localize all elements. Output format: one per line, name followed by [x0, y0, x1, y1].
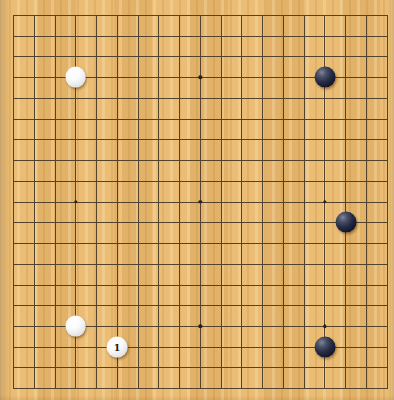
grid-cell	[138, 347, 159, 368]
grid-cell	[117, 119, 138, 140]
grid-cell	[200, 305, 221, 326]
grid-cell	[200, 119, 221, 140]
grid-cell	[158, 77, 179, 98]
grid-cell	[304, 222, 325, 243]
grid-cell	[96, 367, 117, 388]
grid-cell	[158, 326, 179, 347]
grid-cell	[200, 181, 221, 202]
grid-cell	[241, 202, 262, 223]
grid-cell	[34, 181, 55, 202]
grid-cell	[366, 56, 387, 77]
grid-cell	[179, 77, 200, 98]
black-stone-R9	[335, 212, 356, 233]
grid-cell	[324, 367, 345, 388]
grid-cell	[221, 222, 242, 243]
grid-cell	[366, 243, 387, 264]
grid-cell	[138, 202, 159, 223]
grid-cell	[221, 15, 242, 36]
grid-cell	[221, 98, 242, 119]
grid-cell	[221, 119, 242, 140]
grid-cell	[366, 347, 387, 368]
grid-cell	[179, 56, 200, 77]
grid-cell	[13, 160, 34, 181]
grid-cell	[13, 139, 34, 160]
grid-cell	[96, 36, 117, 57]
grid-cell	[138, 160, 159, 181]
grid-cell	[200, 77, 221, 98]
grid-cell	[138, 264, 159, 285]
grid-cell	[34, 243, 55, 264]
grid-cell	[158, 347, 179, 368]
grid-cell	[366, 119, 387, 140]
grid-cell	[179, 305, 200, 326]
grid-cell	[200, 15, 221, 36]
grid-cell	[75, 160, 96, 181]
grid-cell	[117, 139, 138, 160]
grid-cell	[221, 160, 242, 181]
grid-cell	[179, 243, 200, 264]
grid-cell	[138, 77, 159, 98]
grid-cell	[179, 160, 200, 181]
grid-cell	[283, 264, 304, 285]
grid-cell	[55, 243, 76, 264]
grid-cell	[75, 243, 96, 264]
grid-cell	[241, 119, 262, 140]
grid-cell	[75, 181, 96, 202]
grid-cell	[221, 326, 242, 347]
grid-cell	[138, 98, 159, 119]
grid-cell	[179, 222, 200, 243]
black-stone-Q16	[315, 67, 336, 88]
grid-cell	[366, 77, 387, 98]
grid-cell	[324, 160, 345, 181]
grid-cell	[366, 181, 387, 202]
grid-cell	[55, 139, 76, 160]
grid-cell	[324, 139, 345, 160]
white-stone-F3: 1	[107, 337, 128, 358]
grid-cell	[283, 160, 304, 181]
grid-cell	[96, 264, 117, 285]
grid-cell	[283, 367, 304, 388]
grid-cell	[304, 181, 325, 202]
grid-cell	[158, 36, 179, 57]
grid-cell	[200, 326, 221, 347]
grid-cell	[200, 56, 221, 77]
grid-cell	[283, 56, 304, 77]
grid-cell	[200, 139, 221, 160]
grid-cell	[117, 160, 138, 181]
grid-cell	[262, 36, 283, 57]
grid-cell	[34, 36, 55, 57]
white-stone-D16	[65, 67, 86, 88]
grid-cell	[117, 243, 138, 264]
grid-cell	[179, 119, 200, 140]
grid-cell	[324, 36, 345, 57]
grid-cell	[179, 264, 200, 285]
grid-cell	[34, 264, 55, 285]
grid-cell	[241, 36, 262, 57]
grid-cell	[75, 285, 96, 306]
grid-cell	[117, 222, 138, 243]
grid-cell	[283, 243, 304, 264]
grid-cell	[138, 181, 159, 202]
grid-cell	[96, 202, 117, 223]
grid-cell	[324, 305, 345, 326]
grid-cell	[13, 326, 34, 347]
grid-cell	[221, 367, 242, 388]
grid-cell	[13, 98, 34, 119]
grid-cell	[13, 15, 34, 36]
grid-cell	[221, 305, 242, 326]
black-stone-Q3	[315, 337, 336, 358]
grid-cell	[241, 326, 262, 347]
grid-cell	[262, 15, 283, 36]
grid-cell	[304, 264, 325, 285]
grid-cell	[221, 139, 242, 160]
grid-cell	[366, 285, 387, 306]
grid-cell	[179, 326, 200, 347]
grid-cell	[138, 139, 159, 160]
grid-cell	[138, 285, 159, 306]
grid-cell	[34, 367, 55, 388]
grid-cell	[241, 222, 262, 243]
grid-cell	[138, 15, 159, 36]
grid-cell	[345, 326, 366, 347]
grid-cell	[117, 98, 138, 119]
grid-cell	[34, 15, 55, 36]
grid-cell	[158, 181, 179, 202]
grid-cell	[345, 139, 366, 160]
grid-cell	[75, 36, 96, 57]
grid-cell	[200, 222, 221, 243]
grid-cell	[366, 98, 387, 119]
grid-cell	[179, 98, 200, 119]
grid-cell	[55, 264, 76, 285]
grid-cell	[366, 15, 387, 36]
grid-cell	[75, 98, 96, 119]
grid-cell	[304, 98, 325, 119]
grid-cell	[262, 222, 283, 243]
grid-cell	[138, 36, 159, 57]
grid-cell	[283, 181, 304, 202]
grid-cell	[283, 98, 304, 119]
grid-cell	[283, 326, 304, 347]
grid-cell	[262, 202, 283, 223]
grid-cell	[221, 347, 242, 368]
grid-cell	[241, 305, 262, 326]
go-board[interactable]: 1	[0, 0, 394, 400]
grid-cell	[96, 243, 117, 264]
grid-cell	[200, 243, 221, 264]
grid-cell	[262, 119, 283, 140]
grid-cell	[241, 285, 262, 306]
grid-cell	[262, 77, 283, 98]
grid-cell	[179, 347, 200, 368]
grid-cell	[221, 56, 242, 77]
grid-cell	[117, 77, 138, 98]
grid-cell	[34, 347, 55, 368]
grid-cell	[117, 15, 138, 36]
grid-cell	[55, 347, 76, 368]
grid-cell	[283, 222, 304, 243]
grid-cell	[13, 285, 34, 306]
grid-cell	[138, 326, 159, 347]
grid-cell	[304, 15, 325, 36]
grid-cell	[179, 36, 200, 57]
grid-cell	[34, 222, 55, 243]
grid-cell	[345, 119, 366, 140]
grid-cell	[241, 243, 262, 264]
grid-cell	[13, 367, 34, 388]
grid-cell	[324, 243, 345, 264]
grid-cell	[262, 326, 283, 347]
grid-cell	[241, 181, 262, 202]
grid-cell	[283, 202, 304, 223]
grid-cell	[221, 77, 242, 98]
grid-cell	[262, 160, 283, 181]
grid-cell	[366, 326, 387, 347]
grid-cell	[304, 119, 325, 140]
grid-cell	[366, 139, 387, 160]
grid-cell	[262, 98, 283, 119]
grid-cell	[75, 119, 96, 140]
grid-cell	[117, 56, 138, 77]
grid-cell	[345, 36, 366, 57]
grid-cell	[262, 56, 283, 77]
grid-cell	[366, 36, 387, 57]
grid-cell	[55, 160, 76, 181]
grid-cell	[262, 139, 283, 160]
grid-cell	[366, 202, 387, 223]
grid-cell	[345, 15, 366, 36]
grid-cell	[13, 119, 34, 140]
grid-cell	[55, 36, 76, 57]
grid-cell	[158, 222, 179, 243]
grid-cell	[324, 181, 345, 202]
grid-cell	[13, 264, 34, 285]
grid-cell	[283, 77, 304, 98]
grid-cell	[262, 305, 283, 326]
grid-cell	[96, 119, 117, 140]
grid-cell	[117, 305, 138, 326]
grid-cell	[345, 98, 366, 119]
grid-cell	[158, 305, 179, 326]
grid-cell	[55, 119, 76, 140]
grid-cell	[262, 285, 283, 306]
grid-cell	[75, 347, 96, 368]
grid-cell	[179, 285, 200, 306]
grid-cell	[96, 305, 117, 326]
grid-cell	[13, 202, 34, 223]
grid-cell	[241, 98, 262, 119]
grid-cell	[366, 222, 387, 243]
grid-cell	[13, 347, 34, 368]
grid-cell	[117, 285, 138, 306]
grid-cell	[262, 264, 283, 285]
grid-cell	[324, 119, 345, 140]
grid-cell	[283, 139, 304, 160]
grid-cell	[34, 202, 55, 223]
grid-cell	[34, 285, 55, 306]
grid-cell	[324, 98, 345, 119]
grid-cell	[241, 77, 262, 98]
grid-cell	[55, 15, 76, 36]
grid-cell	[241, 264, 262, 285]
grid-cell	[13, 222, 34, 243]
grid-cell	[138, 305, 159, 326]
grid-cell	[96, 98, 117, 119]
grid-cell	[75, 367, 96, 388]
grid-cell	[304, 139, 325, 160]
grid-cell	[200, 202, 221, 223]
grid-cell	[241, 347, 262, 368]
grid-cell	[283, 119, 304, 140]
grid-cell	[221, 243, 242, 264]
grid-cell	[13, 77, 34, 98]
grid-cell	[138, 222, 159, 243]
grid-cell	[138, 56, 159, 77]
grid-cell	[179, 367, 200, 388]
grid-cell	[55, 98, 76, 119]
grid-cell	[13, 56, 34, 77]
grid-cell	[283, 285, 304, 306]
grid-cell	[117, 367, 138, 388]
grid-cell	[304, 243, 325, 264]
grid-cell	[283, 15, 304, 36]
grid-cell	[200, 285, 221, 306]
grid-cell	[221, 202, 242, 223]
grid-cell	[138, 367, 159, 388]
grid-cell	[96, 181, 117, 202]
grid-cell	[345, 305, 366, 326]
grid-cell	[75, 264, 96, 285]
grid-cell	[96, 15, 117, 36]
grid-cell	[262, 367, 283, 388]
grid-cell	[158, 119, 179, 140]
grid-cell	[200, 98, 221, 119]
grid-cell	[55, 285, 76, 306]
grid-cell	[55, 202, 76, 223]
grid-cell	[200, 347, 221, 368]
grid-cell	[117, 36, 138, 57]
grid-cell	[34, 77, 55, 98]
grid-cell	[345, 264, 366, 285]
grid-cell	[96, 77, 117, 98]
grid-cell	[345, 56, 366, 77]
grid-cell	[55, 222, 76, 243]
grid-cell	[324, 285, 345, 306]
grid-cell	[179, 202, 200, 223]
grid-cell	[221, 264, 242, 285]
grid-cell	[138, 243, 159, 264]
grid-cell	[117, 202, 138, 223]
grid-cell	[158, 264, 179, 285]
grid-cell	[75, 222, 96, 243]
grid-cell	[366, 367, 387, 388]
grid-cell	[241, 15, 262, 36]
grid-cell	[75, 139, 96, 160]
grid-cell	[366, 264, 387, 285]
grid-cell	[158, 98, 179, 119]
grid-cell	[34, 160, 55, 181]
grid-cell	[158, 160, 179, 181]
grid-cell	[241, 139, 262, 160]
grid-cell	[324, 264, 345, 285]
grid-cell	[138, 119, 159, 140]
grid-cell	[55, 367, 76, 388]
grid-cell	[241, 160, 262, 181]
grid-cell	[221, 285, 242, 306]
grid-cell	[304, 160, 325, 181]
grid-cell	[158, 367, 179, 388]
grid-cell	[200, 264, 221, 285]
grid-cell	[262, 181, 283, 202]
grid-cell	[221, 36, 242, 57]
grid-cell	[75, 15, 96, 36]
stone-move-label: 1	[114, 342, 121, 352]
grid-cell	[262, 243, 283, 264]
grid-cell	[304, 367, 325, 388]
grid-cell	[179, 139, 200, 160]
grid-cell	[158, 243, 179, 264]
grid-cell	[345, 160, 366, 181]
grid-cell	[158, 202, 179, 223]
grid-cell	[221, 181, 242, 202]
grid-cell	[283, 347, 304, 368]
grid-cell	[34, 98, 55, 119]
grid-cell	[34, 326, 55, 347]
grid-cell	[13, 243, 34, 264]
grid-cell	[117, 181, 138, 202]
grid-cell	[345, 367, 366, 388]
white-stone-D4	[65, 316, 86, 337]
grid-cell	[34, 56, 55, 77]
grid-cell	[200, 36, 221, 57]
grid-cell	[96, 285, 117, 306]
grid-cell	[158, 285, 179, 306]
grid-cell	[34, 305, 55, 326]
grid-cell	[324, 15, 345, 36]
grid-cell	[283, 305, 304, 326]
grid-cell	[117, 264, 138, 285]
grid-cell	[34, 139, 55, 160]
grid-cell	[13, 305, 34, 326]
grid-cell	[179, 15, 200, 36]
grid-cell	[345, 77, 366, 98]
grid-cell	[75, 202, 96, 223]
grid-cell	[304, 305, 325, 326]
grid-cell	[241, 56, 262, 77]
grid-cell	[13, 36, 34, 57]
grid-cell	[345, 347, 366, 368]
grid-cell	[55, 181, 76, 202]
grid-cell	[158, 139, 179, 160]
grid-cell	[96, 56, 117, 77]
grid-cell	[13, 181, 34, 202]
grid-cell	[34, 119, 55, 140]
grid-cell	[200, 160, 221, 181]
grid-cell	[158, 56, 179, 77]
grid-cell	[345, 243, 366, 264]
grid-cell	[366, 160, 387, 181]
grid-cell	[345, 285, 366, 306]
grid-cell	[179, 181, 200, 202]
grid-cell	[96, 160, 117, 181]
grid-cell	[96, 139, 117, 160]
grid-cell	[366, 305, 387, 326]
grid-cell	[200, 367, 221, 388]
grid-cell	[304, 285, 325, 306]
